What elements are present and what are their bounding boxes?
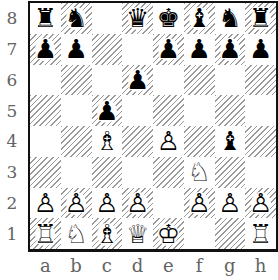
square-f3[interactable]: ♘ xyxy=(184,157,215,188)
rank-label-5: 5 xyxy=(0,95,24,126)
square-b5[interactable] xyxy=(61,95,92,126)
piece-bp-g7[interactable]: ♟ xyxy=(218,36,241,62)
piece-bb-f8[interactable]: ♝ xyxy=(187,5,210,31)
piece-wq-d1[interactable]: ♕ xyxy=(126,221,149,247)
square-c2[interactable]: ♙ xyxy=(92,188,123,219)
square-a4[interactable] xyxy=(30,126,61,157)
piece-wp-e4[interactable]: ♙ xyxy=(157,128,180,154)
square-f4[interactable] xyxy=(184,126,215,157)
square-f7[interactable]: ♟ xyxy=(184,34,215,65)
square-e5[interactable] xyxy=(153,95,184,126)
square-f1[interactable] xyxy=(184,218,215,249)
square-a1[interactable]: ♖ xyxy=(30,218,61,249)
file-label-d: d xyxy=(122,251,153,279)
rank-label-1: 1 xyxy=(0,218,24,249)
square-d1[interactable]: ♕ xyxy=(122,218,153,249)
piece-wn-f3[interactable]: ♘ xyxy=(187,159,210,185)
square-e3[interactable] xyxy=(153,157,184,188)
board[interactable]: ♜♞♛♚♝♞♜♟♟♟♟♟♟♟♟♗♙♝♘♙♙♙♙♙♙♙♖♘♗♕♔♖ xyxy=(28,1,278,252)
square-c1[interactable]: ♗ xyxy=(92,218,123,249)
piece-wb-c4[interactable]: ♗ xyxy=(95,128,118,154)
square-g4[interactable]: ♝ xyxy=(215,126,246,157)
file-label-h: h xyxy=(245,251,276,279)
piece-wk-e1[interactable]: ♔ xyxy=(157,221,180,247)
file-labels: abcdefgh xyxy=(30,251,276,279)
square-g7[interactable]: ♟ xyxy=(215,34,246,65)
square-c4[interactable]: ♗ xyxy=(92,126,123,157)
piece-wn-b1[interactable]: ♘ xyxy=(64,221,87,247)
square-e4[interactable]: ♙ xyxy=(153,126,184,157)
rank-label-6: 6 xyxy=(0,65,24,96)
square-b6[interactable] xyxy=(61,65,92,96)
rank-label-4: 4 xyxy=(0,126,24,157)
square-e8[interactable]: ♚ xyxy=(153,3,184,34)
piece-wr-h1[interactable]: ♖ xyxy=(249,221,272,247)
piece-br-a8[interactable]: ♜ xyxy=(34,5,57,31)
piece-wp-a2[interactable]: ♙ xyxy=(34,190,57,216)
square-g6[interactable] xyxy=(215,65,246,96)
rank-label-7: 7 xyxy=(0,34,24,65)
piece-bn-g8[interactable]: ♞ xyxy=(218,5,241,31)
piece-br-h8[interactable]: ♜ xyxy=(249,5,272,31)
square-d4[interactable] xyxy=(122,126,153,157)
piece-bp-b7[interactable]: ♟ xyxy=(64,36,87,62)
square-d3[interactable] xyxy=(122,157,153,188)
rank-label-8: 8 xyxy=(0,3,24,34)
square-h3[interactable] xyxy=(245,157,276,188)
square-g5[interactable] xyxy=(215,95,246,126)
piece-bp-d6[interactable]: ♟ xyxy=(126,67,149,93)
piece-bp-a7[interactable]: ♟ xyxy=(34,36,57,62)
piece-bp-f7[interactable]: ♟ xyxy=(187,36,210,62)
square-e2[interactable] xyxy=(153,188,184,219)
file-label-b: b xyxy=(61,251,92,279)
square-g8[interactable]: ♞ xyxy=(215,3,246,34)
square-d5[interactable] xyxy=(122,95,153,126)
square-a3[interactable] xyxy=(30,157,61,188)
file-label-g: g xyxy=(215,251,246,279)
square-d7[interactable] xyxy=(122,34,153,65)
square-a2[interactable]: ♙ xyxy=(30,188,61,219)
piece-wp-f2[interactable]: ♙ xyxy=(187,190,210,216)
rank-labels: 87654321 xyxy=(0,3,24,249)
square-e7[interactable]: ♟ xyxy=(153,34,184,65)
rank-label-2: 2 xyxy=(0,188,24,219)
square-g3[interactable] xyxy=(215,157,246,188)
square-h5[interactable] xyxy=(245,95,276,126)
rank-label-3: 3 xyxy=(0,157,24,188)
piece-bp-e7[interactable]: ♟ xyxy=(157,36,180,62)
square-h1[interactable]: ♖ xyxy=(245,218,276,249)
square-h6[interactable] xyxy=(245,65,276,96)
square-a8[interactable]: ♜ xyxy=(30,3,61,34)
piece-wp-d2[interactable]: ♙ xyxy=(126,190,149,216)
square-a6[interactable] xyxy=(30,65,61,96)
square-c5[interactable]: ♟ xyxy=(92,95,123,126)
square-f6[interactable] xyxy=(184,65,215,96)
file-label-c: c xyxy=(92,251,123,279)
square-e6[interactable] xyxy=(153,65,184,96)
square-d8[interactable]: ♛ xyxy=(122,3,153,34)
square-b7[interactable]: ♟ xyxy=(61,34,92,65)
piece-wp-g2[interactable]: ♙ xyxy=(218,190,241,216)
square-f2[interactable]: ♙ xyxy=(184,188,215,219)
chess-diagram: 87654321 ♜♞♛♚♝♞♜♟♟♟♟♟♟♟♟♗♙♝♘♙♙♙♙♙♙♙♖♘♗♕♔… xyxy=(0,0,278,280)
piece-bn-b8[interactable]: ♞ xyxy=(64,5,87,31)
square-g1[interactable] xyxy=(215,218,246,249)
square-c7[interactable] xyxy=(92,34,123,65)
square-d2[interactable]: ♙ xyxy=(122,188,153,219)
square-e1[interactable]: ♔ xyxy=(153,218,184,249)
file-label-a: a xyxy=(30,251,61,279)
square-b4[interactable] xyxy=(61,126,92,157)
piece-bq-d8[interactable]: ♛ xyxy=(126,5,149,31)
file-label-e: e xyxy=(153,251,184,279)
square-c8[interactable] xyxy=(92,3,123,34)
piece-bp-h7[interactable]: ♟ xyxy=(249,36,272,62)
square-f8[interactable]: ♝ xyxy=(184,3,215,34)
piece-bb-g4[interactable]: ♝ xyxy=(218,128,241,154)
square-b8[interactable]: ♞ xyxy=(61,3,92,34)
square-b2[interactable]: ♙ xyxy=(61,188,92,219)
piece-bk-e8[interactable]: ♚ xyxy=(157,5,180,31)
square-b1[interactable]: ♘ xyxy=(61,218,92,249)
square-c6[interactable] xyxy=(92,65,123,96)
square-h8[interactable]: ♜ xyxy=(245,3,276,34)
piece-wp-c2[interactable]: ♙ xyxy=(95,190,118,216)
square-a5[interactable] xyxy=(30,95,61,126)
piece-wb-c1[interactable]: ♗ xyxy=(95,221,118,247)
square-b3[interactable] xyxy=(61,157,92,188)
square-c3[interactable] xyxy=(92,157,123,188)
piece-wp-h2[interactable]: ♙ xyxy=(249,190,272,216)
square-h4[interactable] xyxy=(245,126,276,157)
square-h2[interactable]: ♙ xyxy=(245,188,276,219)
file-label-f: f xyxy=(184,251,215,279)
piece-wr-a1[interactable]: ♖ xyxy=(34,221,57,247)
piece-bp-c5[interactable]: ♟ xyxy=(95,98,118,124)
square-f5[interactable] xyxy=(184,95,215,126)
square-a7[interactable]: ♟ xyxy=(30,34,61,65)
square-g2[interactable]: ♙ xyxy=(215,188,246,219)
square-h7[interactable]: ♟ xyxy=(245,34,276,65)
piece-wp-b2[interactable]: ♙ xyxy=(64,190,87,216)
square-d6[interactable]: ♟ xyxy=(122,65,153,96)
